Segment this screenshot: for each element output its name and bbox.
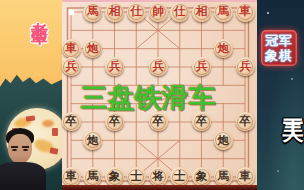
- piece-red[interactable]: 炮: [214, 39, 233, 58]
- piece-red[interactable]: 相: [192, 3, 211, 22]
- star-dot: [267, 12, 269, 14]
- piece-red[interactable]: 馬: [214, 3, 233, 22]
- star-dot: [291, 78, 293, 80]
- avatar-eye: [23, 149, 28, 151]
- piece-red[interactable]: 相: [105, 3, 124, 22]
- star-dot: [277, 170, 279, 172]
- avatar-eye: [12, 149, 17, 151]
- piece-red[interactable]: 車: [62, 39, 81, 58]
- piece-red[interactable]: 仕: [170, 3, 189, 22]
- streamer-avatar: [0, 120, 50, 190]
- player-name-text: 王天一: [279, 102, 304, 117]
- video-frame: 老前辈 楚河汉界 馬相仕帥仕相馬車車炮炮兵兵兵兵兵卒卒卒卒卒炮炮車馬象: [0, 0, 304, 190]
- seal-line2: 象棋: [265, 48, 293, 63]
- left-banner-text: 老前辈: [28, 8, 51, 17]
- right-panel: 冠军 象棋 王天一: [257, 0, 304, 190]
- left-panel: 老前辈: [0, 0, 62, 190]
- piece-black[interactable]: 卒: [236, 112, 255, 131]
- channel-seal: 冠军 象棋: [261, 30, 297, 66]
- piece-red[interactable]: 帥: [149, 3, 168, 22]
- caption-text: 三盘铁滑车: [80, 80, 215, 116]
- piece-black[interactable]: 将: [149, 167, 168, 186]
- piece-red[interactable]: 兵: [149, 57, 168, 76]
- board-top-edge: [62, 0, 257, 2]
- piece-black[interactable]: 卒: [62, 112, 81, 131]
- piece-black[interactable]: 炮: [83, 131, 102, 150]
- piece-red[interactable]: 兵: [62, 57, 81, 76]
- piece-red[interactable]: 兵: [236, 57, 255, 76]
- avatar-brow: [22, 146, 29, 148]
- moon-red-mark: [52, 128, 58, 136]
- piece-red[interactable]: 仕: [127, 3, 146, 22]
- avatar-brow: [11, 146, 18, 148]
- avatar-body: [0, 162, 46, 190]
- piece-black[interactable]: 炮: [214, 131, 233, 150]
- piece-black[interactable]: 車: [236, 167, 255, 186]
- seal-line1: 冠军: [265, 33, 293, 48]
- board-bottom-edge: [62, 185, 257, 190]
- piece-red[interactable]: 馬: [83, 3, 102, 22]
- piece-black[interactable]: 車: [62, 167, 81, 186]
- piece-red[interactable]: 車: [236, 3, 255, 22]
- last-move-marker: [69, 10, 74, 15]
